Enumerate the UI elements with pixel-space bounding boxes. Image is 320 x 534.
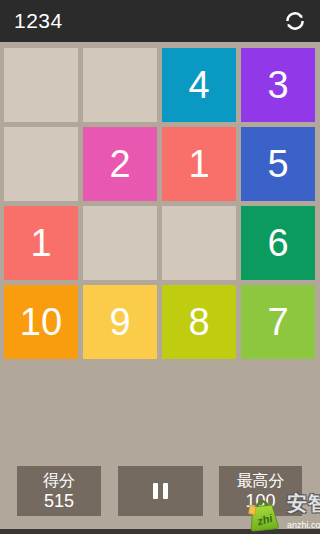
tile-r3c3 bbox=[162, 206, 236, 280]
anzhi-domain-text: anzhi.com bbox=[287, 520, 320, 530]
tile-r4c2: 9 bbox=[83, 285, 157, 359]
score-box: 得分 515 bbox=[17, 466, 101, 516]
tile-r4c4: 7 bbox=[241, 285, 315, 359]
tile-board[interactable]: 432151610987 bbox=[4, 48, 315, 359]
tile-r4c3: 8 bbox=[162, 285, 236, 359]
tile-r1c3: 4 bbox=[162, 48, 236, 122]
pause-button[interactable] bbox=[118, 466, 203, 516]
anzhi-brand-text: 安智 bbox=[287, 490, 320, 517]
tile-r4c1: 10 bbox=[4, 285, 78, 359]
tile-r2c3: 1 bbox=[162, 127, 236, 201]
pause-icon bbox=[153, 483, 158, 499]
shopping-bag-icon: zhi bbox=[242, 492, 284, 534]
tile-r3c1: 1 bbox=[4, 206, 78, 280]
tile-r1c1 bbox=[4, 48, 78, 122]
tile-r2c2: 2 bbox=[83, 127, 157, 201]
score-value: 515 bbox=[44, 491, 74, 512]
tile-r2c1 bbox=[4, 127, 78, 201]
tile-r3c4: 6 bbox=[241, 206, 315, 280]
anzhi-watermark[interactable]: zhi 安智 anzhi.com bbox=[240, 490, 320, 534]
app-bar: 1234 bbox=[0, 0, 320, 42]
best-score-label: 最高分 bbox=[237, 470, 285, 491]
refresh-icon bbox=[282, 8, 308, 34]
pause-icon bbox=[163, 483, 168, 499]
tile-r2c4: 5 bbox=[241, 127, 315, 201]
tile-r1c2 bbox=[83, 48, 157, 122]
app-title: 1234 bbox=[14, 9, 63, 33]
tile-r3c2 bbox=[83, 206, 157, 280]
score-label: 得分 bbox=[43, 470, 75, 491]
tile-r1c4: 3 bbox=[241, 48, 315, 122]
refresh-button[interactable] bbox=[278, 5, 312, 37]
game-screen: 1234 432151610987 得分 515 最高分 100 bbox=[0, 0, 320, 534]
